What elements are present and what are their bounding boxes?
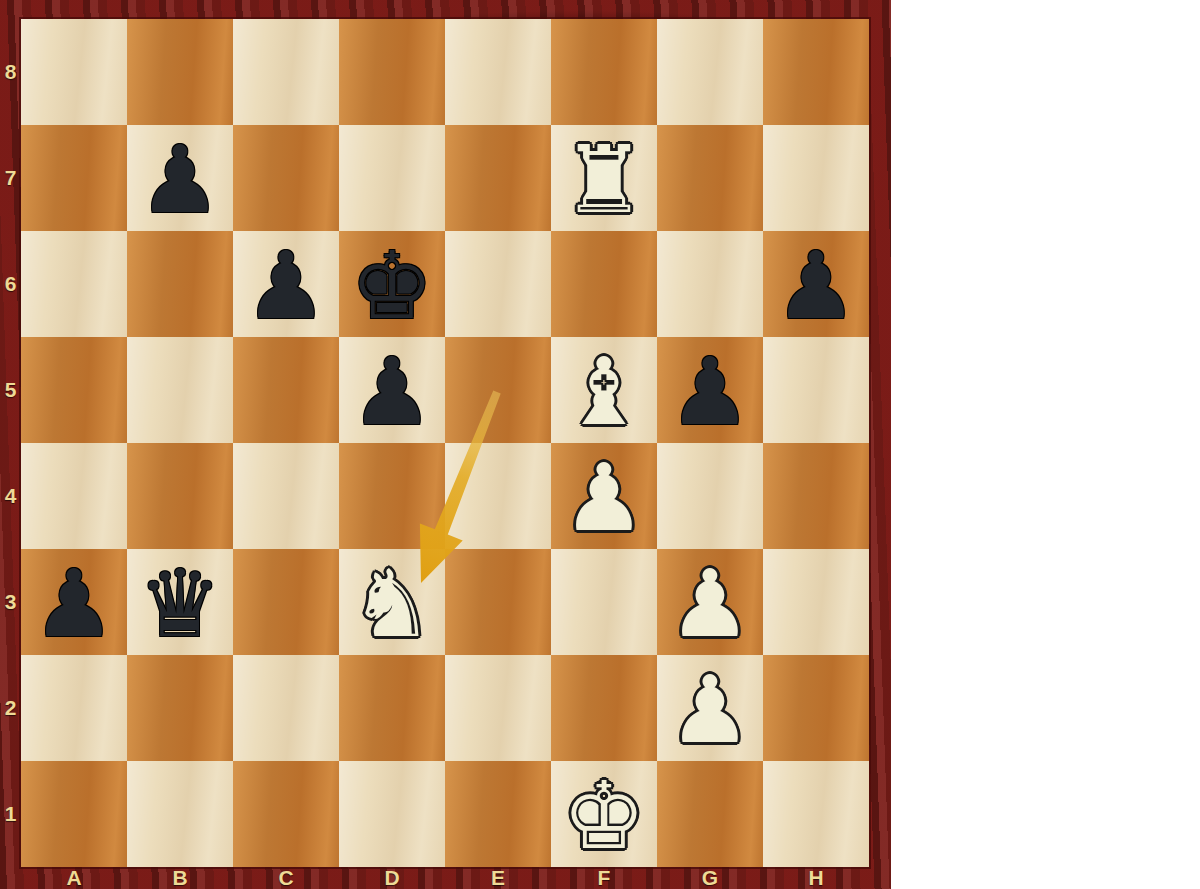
square-f6[interactable] xyxy=(551,231,657,337)
square-a3[interactable]: ♟ xyxy=(21,549,127,655)
square-f2[interactable] xyxy=(551,655,657,761)
rank-label-2: 2 xyxy=(0,696,21,720)
square-f3[interactable] xyxy=(551,549,657,655)
square-f8[interactable] xyxy=(551,19,657,125)
square-d7[interactable] xyxy=(339,125,445,231)
piece-white-pawn-f4[interactable]: ♟ xyxy=(551,443,657,549)
piece-black-pawn-g5[interactable]: ♟ xyxy=(657,337,763,443)
piece-white-bishop-f5[interactable]: ♝ xyxy=(551,337,657,443)
piece-white-pawn-g3[interactable]: ♟ xyxy=(657,549,763,655)
square-g7[interactable] xyxy=(657,125,763,231)
square-b8[interactable] xyxy=(127,19,233,125)
piece-black-pawn-c6[interactable]: ♟ xyxy=(233,231,339,337)
square-e1[interactable] xyxy=(445,761,551,867)
square-h1[interactable] xyxy=(763,761,869,867)
square-h7[interactable] xyxy=(763,125,869,231)
square-c2[interactable] xyxy=(233,655,339,761)
square-c1[interactable] xyxy=(233,761,339,867)
square-c3[interactable] xyxy=(233,549,339,655)
square-h3[interactable] xyxy=(763,549,869,655)
piece-white-king-f1[interactable]: ♚ xyxy=(551,761,657,867)
square-b7[interactable]: ♟ xyxy=(127,125,233,231)
square-d8[interactable] xyxy=(339,19,445,125)
rank-label-8: 8 xyxy=(0,60,21,84)
square-d5[interactable]: ♟ xyxy=(339,337,445,443)
file-label-d: D xyxy=(339,868,445,888)
piece-white-knight-d3[interactable]: ♞ xyxy=(339,549,445,655)
square-a5[interactable] xyxy=(21,337,127,443)
page: ♟♜♟♚♟♟♝♟♟♟♛♞♟♟♚ 87654321 ABCDEFGH xyxy=(0,0,1200,889)
piece-white-rook-f7[interactable]: ♜ xyxy=(551,125,657,231)
square-d6[interactable]: ♚ xyxy=(339,231,445,337)
square-f5[interactable]: ♝ xyxy=(551,337,657,443)
square-a1[interactable] xyxy=(21,761,127,867)
square-g1[interactable] xyxy=(657,761,763,867)
square-c4[interactable] xyxy=(233,443,339,549)
piece-black-pawn-a3[interactable]: ♟ xyxy=(21,549,127,655)
piece-black-queen-b3[interactable]: ♛ xyxy=(127,549,233,655)
square-c6[interactable]: ♟ xyxy=(233,231,339,337)
square-g3[interactable]: ♟ xyxy=(657,549,763,655)
square-g8[interactable] xyxy=(657,19,763,125)
square-g6[interactable] xyxy=(657,231,763,337)
rank-label-6: 6 xyxy=(0,272,21,296)
square-h6[interactable]: ♟ xyxy=(763,231,869,337)
square-b2[interactable] xyxy=(127,655,233,761)
file-label-a: A xyxy=(21,868,127,888)
square-h4[interactable] xyxy=(763,443,869,549)
square-b1[interactable] xyxy=(127,761,233,867)
square-g4[interactable] xyxy=(657,443,763,549)
rank-label-5: 5 xyxy=(0,378,21,402)
square-a4[interactable] xyxy=(21,443,127,549)
square-d2[interactable] xyxy=(339,655,445,761)
piece-black-king-d6[interactable]: ♚ xyxy=(339,231,445,337)
square-d3[interactable]: ♞ xyxy=(339,549,445,655)
square-g2[interactable]: ♟ xyxy=(657,655,763,761)
piece-white-pawn-g2[interactable]: ♟ xyxy=(657,655,763,761)
rank-label-7: 7 xyxy=(0,166,21,190)
square-e8[interactable] xyxy=(445,19,551,125)
square-b4[interactable] xyxy=(127,443,233,549)
square-a2[interactable] xyxy=(21,655,127,761)
chess-board-frame: ♟♜♟♚♟♟♝♟♟♟♛♞♟♟♚ 87654321 ABCDEFGH xyxy=(0,0,891,889)
rank-label-3: 3 xyxy=(0,590,21,614)
square-a6[interactable] xyxy=(21,231,127,337)
chess-board: ♟♜♟♚♟♟♝♟♟♟♛♞♟♟♚ xyxy=(21,19,869,867)
rank-label-4: 4 xyxy=(0,484,21,508)
square-h2[interactable] xyxy=(763,655,869,761)
piece-black-pawn-h6[interactable]: ♟ xyxy=(763,231,869,337)
square-c5[interactable] xyxy=(233,337,339,443)
file-label-h: H xyxy=(763,868,869,888)
square-e6[interactable] xyxy=(445,231,551,337)
square-f1[interactable]: ♚ xyxy=(551,761,657,867)
square-f7[interactable]: ♜ xyxy=(551,125,657,231)
square-a7[interactable] xyxy=(21,125,127,231)
file-label-g: G xyxy=(657,868,763,888)
square-d4[interactable] xyxy=(339,443,445,549)
piece-black-pawn-d5[interactable]: ♟ xyxy=(339,337,445,443)
square-b6[interactable] xyxy=(127,231,233,337)
square-e4[interactable] xyxy=(445,443,551,549)
piece-black-pawn-b7[interactable]: ♟ xyxy=(127,125,233,231)
square-c7[interactable] xyxy=(233,125,339,231)
rank-label-1: 1 xyxy=(0,802,21,826)
square-a8[interactable] xyxy=(21,19,127,125)
square-e3[interactable] xyxy=(445,549,551,655)
square-f4[interactable]: ♟ xyxy=(551,443,657,549)
file-label-c: C xyxy=(233,868,339,888)
square-b5[interactable] xyxy=(127,337,233,443)
square-e2[interactable] xyxy=(445,655,551,761)
file-label-e: E xyxy=(445,868,551,888)
square-e5[interactable] xyxy=(445,337,551,443)
square-c8[interactable] xyxy=(233,19,339,125)
square-h5[interactable] xyxy=(763,337,869,443)
square-g5[interactable]: ♟ xyxy=(657,337,763,443)
square-b3[interactable]: ♛ xyxy=(127,549,233,655)
file-label-f: F xyxy=(551,868,657,888)
file-label-b: B xyxy=(127,868,233,888)
square-h8[interactable] xyxy=(763,19,869,125)
square-d1[interactable] xyxy=(339,761,445,867)
square-e7[interactable] xyxy=(445,125,551,231)
